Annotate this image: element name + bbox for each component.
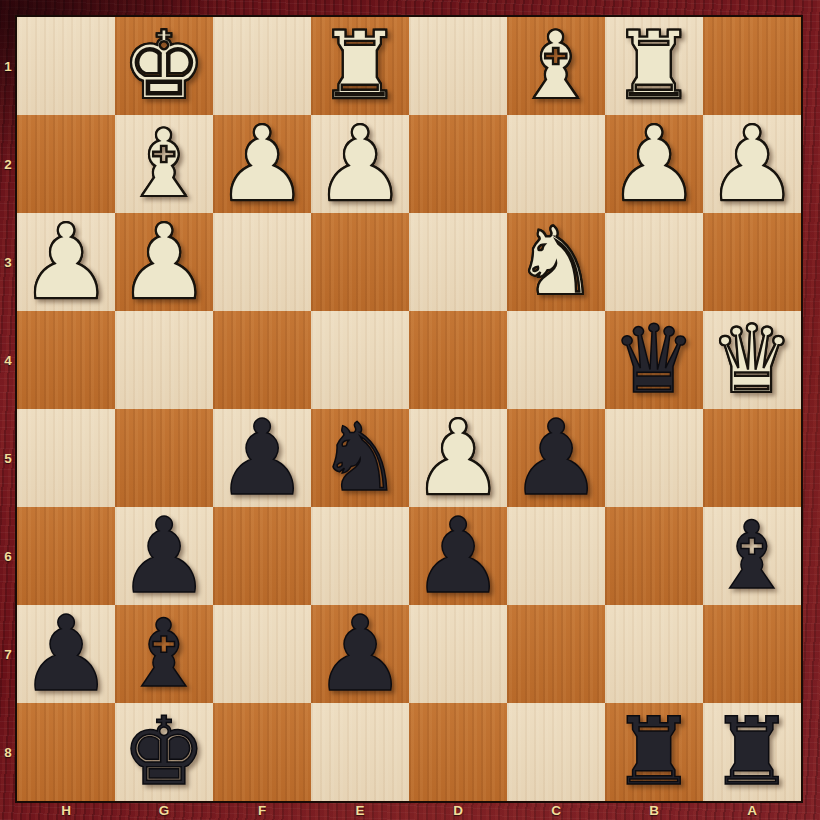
square-h2[interactable] [17, 115, 115, 213]
square-b2[interactable]: ♟ [605, 115, 703, 213]
square-e1[interactable]: ♜ [311, 17, 409, 115]
black-pawn[interactable]: ♟ [411, 504, 504, 608]
file-label-h: H [17, 801, 115, 820]
square-b6[interactable] [605, 507, 703, 605]
white-pawn[interactable]: ♟ [19, 210, 112, 314]
white-knight[interactable]: ♞ [514, 215, 598, 309]
black-rook[interactable]: ♜ [710, 705, 794, 799]
square-f1[interactable] [213, 17, 311, 115]
white-bishop[interactable]: ♝ [514, 19, 598, 113]
white-pawn[interactable]: ♟ [117, 210, 210, 314]
square-c3[interactable]: ♞ [507, 213, 605, 311]
square-f7[interactable] [213, 605, 311, 703]
square-f8[interactable] [213, 703, 311, 801]
white-pawn[interactable]: ♟ [313, 112, 406, 216]
rank-label-6: 6 [0, 507, 16, 605]
rank-label-4: 4 [0, 311, 16, 409]
square-e2[interactable]: ♟ [311, 115, 409, 213]
white-queen[interactable]: ♛ [710, 313, 794, 407]
square-h1[interactable] [17, 17, 115, 115]
file-label-e: E [311, 801, 409, 820]
rank-label-7: 7 [0, 605, 16, 703]
square-c5[interactable]: ♟ [507, 409, 605, 507]
square-f4[interactable] [213, 311, 311, 409]
square-b7[interactable] [605, 605, 703, 703]
square-d5[interactable]: ♟ [409, 409, 507, 507]
square-a3[interactable] [703, 213, 801, 311]
white-rook[interactable]: ♜ [612, 19, 696, 113]
square-g5[interactable] [115, 409, 213, 507]
file-label-g: G [115, 801, 213, 820]
white-pawn[interactable]: ♟ [215, 112, 308, 216]
white-rook[interactable]: ♜ [318, 19, 402, 113]
square-g3[interactable]: ♟ [115, 213, 213, 311]
square-g1[interactable]: ♚ [115, 17, 213, 115]
square-b1[interactable]: ♜ [605, 17, 703, 115]
square-d2[interactable] [409, 115, 507, 213]
white-king[interactable]: ♚ [122, 19, 206, 113]
rank-label-3: 3 [0, 213, 16, 311]
black-pawn[interactable]: ♟ [117, 504, 210, 608]
square-h6[interactable] [17, 507, 115, 605]
square-g7[interactable]: ♝ [115, 605, 213, 703]
black-king[interactable]: ♚ [122, 705, 206, 799]
square-h4[interactable] [17, 311, 115, 409]
square-g2[interactable]: ♝ [115, 115, 213, 213]
square-d7[interactable] [409, 605, 507, 703]
black-bishop[interactable]: ♝ [710, 509, 794, 603]
square-a4[interactable]: ♛ [703, 311, 801, 409]
square-d1[interactable] [409, 17, 507, 115]
square-f3[interactable] [213, 213, 311, 311]
black-queen[interactable]: ♛ [612, 313, 696, 407]
square-a2[interactable]: ♟ [703, 115, 801, 213]
square-c4[interactable] [507, 311, 605, 409]
black-knight[interactable]: ♞ [318, 411, 402, 505]
white-pawn[interactable]: ♟ [705, 112, 798, 216]
white-pawn[interactable]: ♟ [607, 112, 700, 216]
square-f2[interactable]: ♟ [213, 115, 311, 213]
square-g4[interactable] [115, 311, 213, 409]
square-e7[interactable]: ♟ [311, 605, 409, 703]
square-h8[interactable] [17, 703, 115, 801]
square-d3[interactable] [409, 213, 507, 311]
square-h3[interactable]: ♟ [17, 213, 115, 311]
square-a7[interactable] [703, 605, 801, 703]
square-c8[interactable] [507, 703, 605, 801]
square-b3[interactable] [605, 213, 703, 311]
square-e5[interactable]: ♞ [311, 409, 409, 507]
square-c1[interactable]: ♝ [507, 17, 605, 115]
black-bishop[interactable]: ♝ [122, 607, 206, 701]
square-d4[interactable] [409, 311, 507, 409]
square-h5[interactable] [17, 409, 115, 507]
square-e6[interactable] [311, 507, 409, 605]
black-pawn[interactable]: ♟ [215, 406, 308, 510]
square-c7[interactable] [507, 605, 605, 703]
rank-label-8: 8 [0, 703, 16, 801]
file-label-f: F [213, 801, 311, 820]
square-d8[interactable] [409, 703, 507, 801]
square-b8[interactable]: ♜ [605, 703, 703, 801]
square-b4[interactable]: ♛ [605, 311, 703, 409]
black-pawn[interactable]: ♟ [19, 602, 112, 706]
white-bishop[interactable]: ♝ [122, 117, 206, 211]
square-b5[interactable] [605, 409, 703, 507]
black-pawn[interactable]: ♟ [313, 602, 406, 706]
square-c6[interactable] [507, 507, 605, 605]
square-e3[interactable] [311, 213, 409, 311]
square-d6[interactable]: ♟ [409, 507, 507, 605]
rank-label-1: 1 [0, 17, 16, 115]
square-c2[interactable] [507, 115, 605, 213]
square-e8[interactable] [311, 703, 409, 801]
file-label-c: C [507, 801, 605, 820]
rank-label-2: 2 [0, 115, 16, 213]
file-label-a: A [703, 801, 801, 820]
board-frame: ♚♜♝♜♝♟♟♟♟♟♟♞♛♛♟♞♟♟♟♟♝♟♝♟♚♜♜ 1 2 3 4 5 6 … [0, 0, 820, 820]
square-h7[interactable]: ♟ [17, 605, 115, 703]
square-f5[interactable]: ♟ [213, 409, 311, 507]
rank-label-5: 5 [0, 409, 16, 507]
square-f6[interactable] [213, 507, 311, 605]
file-label-d: D [409, 801, 507, 820]
square-a5[interactable] [703, 409, 801, 507]
square-a8[interactable]: ♜ [703, 703, 801, 801]
black-rook[interactable]: ♜ [612, 705, 696, 799]
file-label-b: B [605, 801, 703, 820]
square-a6[interactable]: ♝ [703, 507, 801, 605]
black-pawn[interactable]: ♟ [509, 406, 602, 510]
square-e4[interactable] [311, 311, 409, 409]
square-g6[interactable]: ♟ [115, 507, 213, 605]
chess-board: ♚♜♝♜♝♟♟♟♟♟♟♞♛♛♟♞♟♟♟♟♝♟♝♟♚♜♜ [17, 17, 801, 801]
square-g8[interactable]: ♚ [115, 703, 213, 801]
square-a1[interactable] [703, 17, 801, 115]
